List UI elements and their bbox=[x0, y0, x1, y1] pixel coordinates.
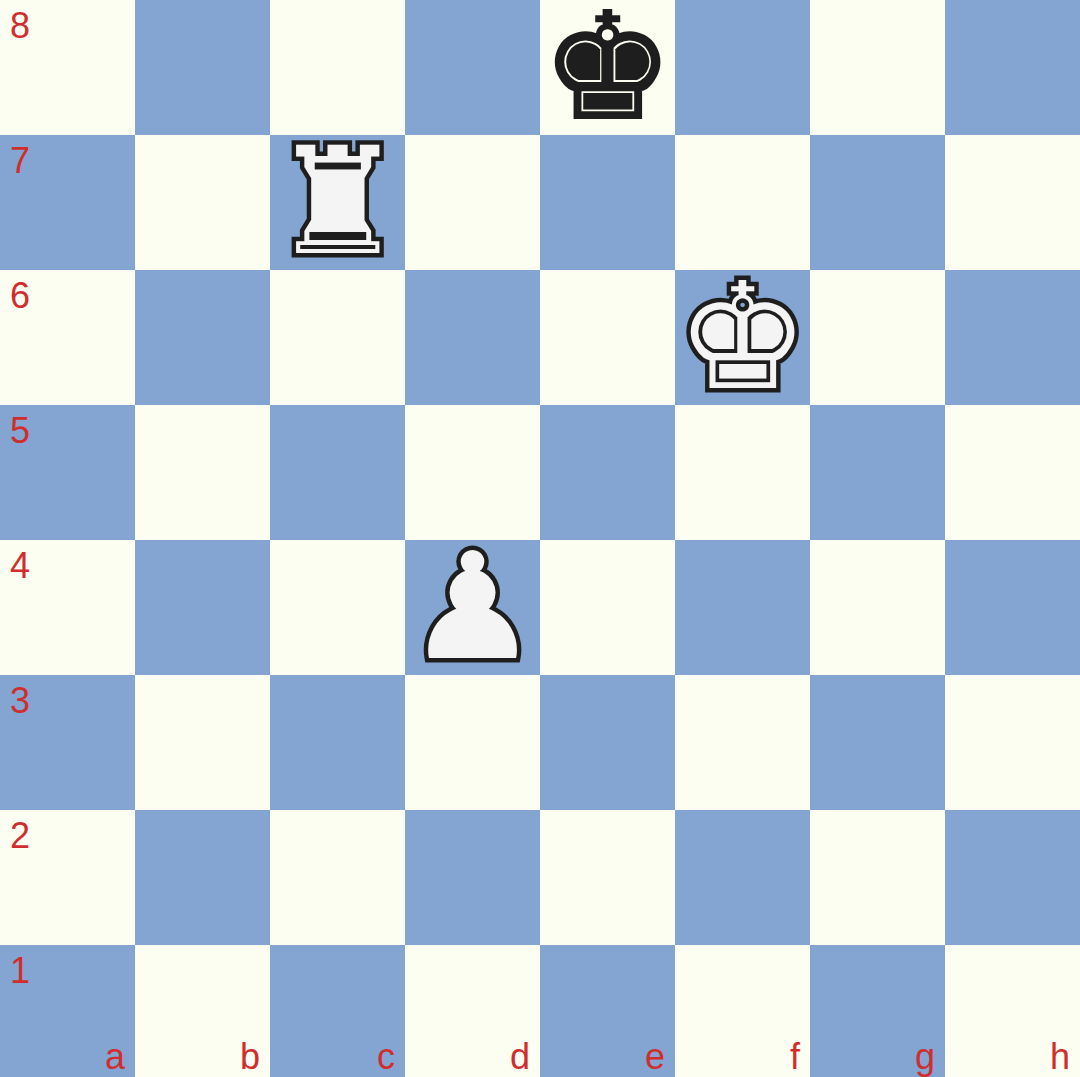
square-d1[interactable]: d bbox=[405, 945, 540, 1077]
square-h2[interactable] bbox=[945, 810, 1080, 945]
square-c7[interactable]: ♜♜ bbox=[270, 135, 405, 270]
square-e8[interactable]: ♚ bbox=[540, 0, 675, 135]
square-d5[interactable] bbox=[405, 405, 540, 540]
rank-label-3: 3 bbox=[10, 683, 30, 719]
rank-label-4: 4 bbox=[10, 548, 30, 584]
square-b6[interactable] bbox=[135, 270, 270, 405]
square-h5[interactable] bbox=[945, 405, 1080, 540]
square-d8[interactable] bbox=[405, 0, 540, 135]
square-f6[interactable]: ♚♚ bbox=[675, 270, 810, 405]
chess-board: 8♚7♜♜6♚♚54♟♟321abcdefgh bbox=[0, 0, 1080, 1077]
square-c5[interactable] bbox=[270, 405, 405, 540]
rook-glyph: ♜ bbox=[270, 135, 405, 270]
square-c8[interactable] bbox=[270, 0, 405, 135]
file-label-g: g bbox=[915, 1039, 935, 1075]
square-b8[interactable] bbox=[135, 0, 270, 135]
rank-label-2: 2 bbox=[10, 818, 30, 854]
square-e4[interactable] bbox=[540, 540, 675, 675]
square-b1[interactable]: b bbox=[135, 945, 270, 1077]
square-g2[interactable] bbox=[810, 810, 945, 945]
square-a2[interactable]: 2 bbox=[0, 810, 135, 945]
white-rook[interactable]: ♜♜ bbox=[270, 135, 405, 270]
square-b5[interactable] bbox=[135, 405, 270, 540]
square-c1[interactable]: c bbox=[270, 945, 405, 1077]
square-a6[interactable]: 6 bbox=[0, 270, 135, 405]
file-label-a: a bbox=[105, 1039, 125, 1075]
file-label-e: e bbox=[645, 1039, 665, 1075]
file-label-b: b bbox=[240, 1039, 260, 1075]
square-c6[interactable] bbox=[270, 270, 405, 405]
square-g7[interactable] bbox=[810, 135, 945, 270]
file-label-h: h bbox=[1050, 1039, 1070, 1075]
rank-label-5: 5 bbox=[10, 413, 30, 449]
square-e3[interactable] bbox=[540, 675, 675, 810]
rank-label-8: 8 bbox=[10, 8, 30, 44]
file-label-d: d bbox=[510, 1039, 530, 1075]
square-f7[interactable] bbox=[675, 135, 810, 270]
rank-label-7: 7 bbox=[10, 143, 30, 179]
square-b7[interactable] bbox=[135, 135, 270, 270]
square-c3[interactable] bbox=[270, 675, 405, 810]
rank-label-1: 1 bbox=[10, 953, 30, 989]
square-d2[interactable] bbox=[405, 810, 540, 945]
square-d4[interactable]: ♟♟ bbox=[405, 540, 540, 675]
square-c2[interactable] bbox=[270, 810, 405, 945]
square-h6[interactable] bbox=[945, 270, 1080, 405]
file-label-f: f bbox=[790, 1039, 800, 1075]
square-g3[interactable] bbox=[810, 675, 945, 810]
square-f8[interactable] bbox=[675, 0, 810, 135]
square-d6[interactable] bbox=[405, 270, 540, 405]
square-h4[interactable] bbox=[945, 540, 1080, 675]
square-h7[interactable] bbox=[945, 135, 1080, 270]
square-a5[interactable]: 5 bbox=[0, 405, 135, 540]
square-f1[interactable]: f bbox=[675, 945, 810, 1077]
black-king[interactable]: ♚ bbox=[540, 0, 675, 135]
square-c4[interactable] bbox=[270, 540, 405, 675]
square-h3[interactable] bbox=[945, 675, 1080, 810]
square-e1[interactable]: e bbox=[540, 945, 675, 1077]
square-b3[interactable] bbox=[135, 675, 270, 810]
chess-app-stage: 8♚7♜♜6♚♚54♟♟321abcdefgh bbox=[0, 0, 1080, 1077]
square-e2[interactable] bbox=[540, 810, 675, 945]
square-f3[interactable] bbox=[675, 675, 810, 810]
file-label-c: c bbox=[377, 1039, 395, 1075]
king-glyph: ♚ bbox=[540, 0, 675, 135]
square-b4[interactable] bbox=[135, 540, 270, 675]
pawn-glyph: ♟ bbox=[405, 540, 540, 675]
square-f2[interactable] bbox=[675, 810, 810, 945]
white-king[interactable]: ♚♚ bbox=[675, 270, 810, 405]
square-h1[interactable]: h bbox=[945, 945, 1080, 1077]
king-glyph: ♚ bbox=[675, 270, 810, 405]
square-a1[interactable]: 1a bbox=[0, 945, 135, 1077]
white-pawn[interactable]: ♟♟ bbox=[405, 540, 540, 675]
square-f4[interactable] bbox=[675, 540, 810, 675]
square-b2[interactable] bbox=[135, 810, 270, 945]
square-a7[interactable]: 7 bbox=[0, 135, 135, 270]
square-g4[interactable] bbox=[810, 540, 945, 675]
square-d7[interactable] bbox=[405, 135, 540, 270]
square-g6[interactable] bbox=[810, 270, 945, 405]
square-e5[interactable] bbox=[540, 405, 675, 540]
square-g8[interactable] bbox=[810, 0, 945, 135]
square-d3[interactable] bbox=[405, 675, 540, 810]
square-a3[interactable]: 3 bbox=[0, 675, 135, 810]
rank-label-6: 6 bbox=[10, 278, 30, 314]
square-a8[interactable]: 8 bbox=[0, 0, 135, 135]
square-h8[interactable] bbox=[945, 0, 1080, 135]
square-g1[interactable]: g bbox=[810, 945, 945, 1077]
square-e6[interactable] bbox=[540, 270, 675, 405]
square-e7[interactable] bbox=[540, 135, 675, 270]
square-g5[interactable] bbox=[810, 405, 945, 540]
square-f5[interactable] bbox=[675, 405, 810, 540]
square-a4[interactable]: 4 bbox=[0, 540, 135, 675]
